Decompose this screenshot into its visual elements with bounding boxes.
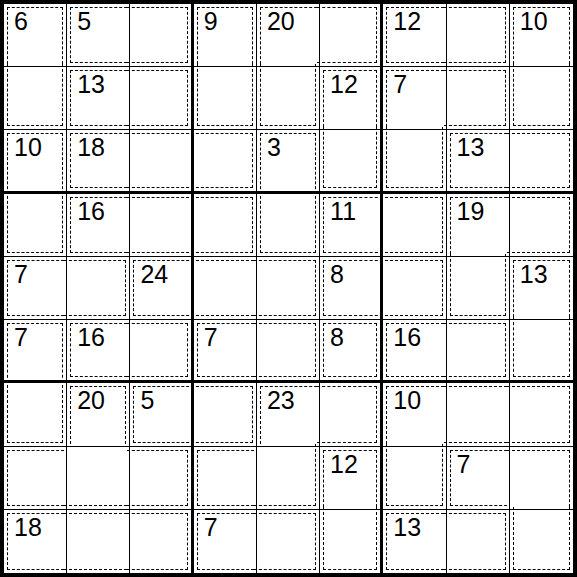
cage-sum-label: 12 [329, 451, 359, 479]
cage-outline [507, 450, 570, 512]
cell-r5c6[interactable]: 16 [383, 320, 446, 383]
cell-r1c6[interactable]: 7 [383, 67, 446, 130]
cage-sum-label: 16 [392, 324, 422, 352]
cage-sum-label: 7 [456, 451, 472, 479]
cell-r4c1[interactable] [67, 257, 130, 320]
cage-outline [254, 260, 316, 316]
cell-r4c3[interactable] [194, 257, 257, 320]
cell-r4c4[interactable] [257, 257, 320, 320]
cage-sum-label: 10 [392, 387, 422, 415]
cell-r3c0[interactable] [4, 194, 67, 257]
cell-r4c5[interactable]: 8 [320, 257, 383, 320]
cage-sum-label: 13 [76, 71, 106, 99]
cell-r3c2[interactable] [130, 194, 193, 257]
cell-r2c2[interactable] [130, 130, 193, 193]
cell-r2c3[interactable] [194, 130, 257, 193]
cell-r7c6[interactable] [383, 447, 446, 510]
cage-sum-label: 7 [203, 514, 219, 542]
cell-r4c0[interactable]: 7 [4, 257, 67, 320]
cage-outline [444, 513, 506, 570]
cell-r3c6[interactable] [383, 194, 446, 257]
cage-outline [7, 64, 63, 126]
cage-sum-label: 7 [203, 324, 219, 352]
cell-r8c5[interactable] [320, 510, 383, 573]
cage-sum-label: 12 [392, 8, 422, 36]
cell-r6c7[interactable] [447, 383, 510, 446]
cage-outline [254, 323, 316, 377]
cell-r6c5[interactable] [320, 383, 383, 446]
cage-sum-label: 5 [139, 387, 155, 415]
cell-r5c0[interactable]: 7 [4, 320, 67, 383]
cell-r5c7[interactable] [447, 320, 510, 383]
cell-r7c2[interactable] [130, 447, 193, 510]
cage-outline [450, 254, 506, 316]
cell-r2c0[interactable]: 10 [4, 130, 67, 193]
cage-outline [7, 191, 63, 253]
cage-outline [191, 386, 253, 442]
cell-r1c0[interactable] [4, 67, 67, 130]
cell-r3c3[interactable] [194, 194, 257, 257]
cell-r2c6[interactable] [383, 130, 446, 193]
cage-outline [260, 64, 316, 126]
cell-r7c5[interactable]: 12 [320, 447, 383, 510]
cage-outline [197, 64, 253, 126]
cell-r1c5[interactable]: 12 [320, 67, 383, 130]
cell-r0c5[interactable] [320, 4, 383, 67]
cell-r6c4[interactable]: 23 [257, 383, 320, 446]
cage-outline [507, 133, 570, 187]
cell-r3c4[interactable] [257, 194, 320, 257]
cage-sum-label: 9 [203, 8, 219, 36]
cell-r7c4[interactable] [257, 447, 320, 510]
cage-outline [317, 7, 377, 63]
cell-r6c3[interactable] [194, 383, 257, 446]
killer-sudoku-screen: 6592012101312710183131611197248137167816… [0, 0, 577, 577]
cage-outline [127, 133, 193, 187]
cage-sum-label: 7 [13, 324, 29, 352]
cage-sum-label: 16 [76, 198, 106, 226]
cell-r6c8[interactable] [510, 383, 573, 446]
cage-outline [323, 127, 377, 187]
cage-sum-label: 10 [13, 134, 43, 162]
cage-sum-label: 20 [266, 8, 296, 36]
cell-r6c1[interactable]: 20 [67, 383, 130, 446]
cage-outline [254, 513, 316, 570]
cage-sum-label: 6 [13, 8, 29, 36]
cell-r6c2[interactable]: 5 [130, 383, 193, 446]
cell-r0c7[interactable] [447, 4, 510, 67]
cell-r5c5[interactable]: 8 [320, 320, 383, 383]
cell-r5c1[interactable]: 16 [67, 320, 130, 383]
cage-outline [386, 444, 442, 506]
cage-outline [380, 260, 442, 316]
cell-r3c7[interactable]: 19 [447, 194, 510, 257]
killer-sudoku-board: 6592012101312710183131611197248137167816… [0, 0, 577, 577]
cell-r0c2[interactable] [130, 4, 193, 67]
cell-r5c2[interactable] [130, 320, 193, 383]
cage-sum-label: 24 [139, 261, 169, 289]
cell-r5c3[interactable]: 7 [194, 320, 257, 383]
cell-r7c7[interactable]: 7 [447, 447, 510, 510]
cell-r2c8[interactable] [510, 130, 573, 193]
cage-outline [513, 317, 570, 377]
cell-r8c1[interactable] [67, 510, 130, 573]
cell-r0c1[interactable]: 5 [67, 4, 130, 67]
cage-outline [191, 260, 259, 316]
cell-r1c4[interactable] [257, 67, 320, 130]
cage-outline [197, 450, 259, 506]
cage-outline [323, 507, 377, 570]
cell-r8c0[interactable]: 18 [4, 510, 67, 573]
cell-r1c8[interactable] [510, 67, 573, 130]
cage-outline [380, 197, 442, 253]
cell-r4c7[interactable] [447, 257, 510, 320]
cell-r1c3[interactable] [194, 67, 257, 130]
cage-outline [127, 450, 187, 506]
cell-r7c3[interactable] [194, 447, 257, 510]
cage-sum-label: 13 [392, 514, 422, 542]
cage-sum-label: 7 [13, 261, 29, 289]
cell-r3c5[interactable]: 11 [320, 194, 383, 257]
cage-outline [513, 507, 570, 570]
cell-r1c1[interactable]: 13 [67, 67, 130, 130]
cell-r8c6[interactable]: 13 [383, 510, 446, 573]
cage-sum-label: 20 [76, 387, 106, 415]
cell-r8c8[interactable] [510, 510, 573, 573]
cell-r0c0[interactable]: 6 [4, 4, 67, 67]
cage-sum-label: 23 [266, 387, 296, 415]
cell-r3c1[interactable]: 16 [67, 194, 130, 257]
cage-outline [64, 260, 126, 316]
cell-r8c7[interactable] [447, 510, 510, 573]
cage-outline [507, 197, 570, 253]
cell-r7c0[interactable] [4, 447, 67, 510]
cell-r2c7[interactable]: 13 [447, 130, 510, 193]
cell-r2c5[interactable] [320, 130, 383, 193]
cell-r7c8[interactable] [510, 447, 573, 510]
cage-sum-label: 8 [329, 324, 345, 352]
cage-sum-label: 18 [13, 514, 43, 542]
cage-sum-label: 13 [456, 134, 486, 162]
cage-sum-label: 16 [76, 324, 106, 352]
cage-outline [127, 513, 187, 570]
cage-outline [260, 191, 316, 253]
cell-r3c8[interactable] [510, 194, 573, 257]
cage-outline [513, 64, 570, 126]
cage-outline [127, 197, 193, 253]
cell-r8c2[interactable] [130, 510, 193, 573]
cage-sum-label: 18 [76, 134, 106, 162]
cell-r8c4[interactable] [257, 510, 320, 573]
cell-r4c8[interactable]: 13 [510, 257, 573, 320]
cage-sum-label: 8 [329, 261, 345, 289]
cell-r2c1[interactable]: 18 [67, 130, 130, 193]
cell-r6c0[interactable] [4, 383, 67, 446]
cage-sum-label: 12 [329, 71, 359, 99]
cage-outline [507, 386, 570, 442]
cell-r1c2[interactable] [130, 67, 193, 130]
cell-r0c3[interactable]: 9 [194, 4, 257, 67]
cage-outline [444, 70, 506, 126]
cell-r5c4[interactable] [257, 320, 320, 383]
cage-sum-label: 5 [76, 8, 92, 36]
cell-r1c7[interactable] [447, 67, 510, 130]
cage-sum-label: 7 [392, 71, 408, 99]
cage-sum-label: 3 [266, 134, 282, 162]
cage-outline [64, 444, 132, 506]
cage-outline [191, 133, 253, 187]
cage-outline [7, 380, 63, 442]
cell-r4c6[interactable] [383, 257, 446, 320]
cell-r7c1[interactable] [67, 447, 130, 510]
cage-sum-label: 10 [519, 8, 549, 36]
cell-r0c6[interactable]: 12 [383, 4, 446, 67]
cell-r2c4[interactable]: 3 [257, 130, 320, 193]
cage-outline [64, 513, 132, 570]
cage-sum-label: 19 [456, 198, 486, 226]
cell-r8c3[interactable]: 7 [194, 510, 257, 573]
cell-r4c2[interactable]: 24 [130, 257, 193, 320]
cage-outline [254, 444, 316, 506]
cage-outline [444, 7, 506, 63]
cage-outline [444, 386, 512, 442]
cage-sum-label: 13 [519, 261, 549, 289]
cage-outline [127, 7, 187, 63]
cage-outline [191, 197, 253, 253]
cage-outline [7, 450, 69, 506]
cage-outline [444, 323, 506, 377]
cage-sum-label: 11 [329, 198, 357, 226]
cell-r0c8[interactable]: 10 [510, 4, 573, 67]
cell-r0c4[interactable]: 20 [257, 4, 320, 67]
cage-outline [317, 386, 377, 442]
cage-outline [127, 70, 187, 126]
cage-outline [386, 127, 442, 187]
cage-outline [127, 323, 187, 377]
cell-r6c6[interactable]: 10 [383, 383, 446, 446]
cell-r5c8[interactable] [510, 320, 573, 383]
